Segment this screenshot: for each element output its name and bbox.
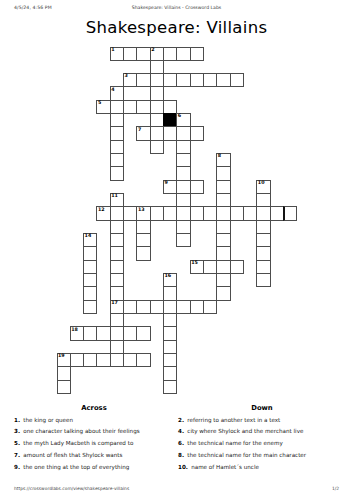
cell-r23-c8[interactable]	[163, 353, 177, 367]
cell-r19-c5[interactable]	[123, 300, 137, 314]
cell-r14-c15[interactable]	[256, 233, 270, 247]
across-clues-section: Across 1. the king or queen3. one charac…	[14, 404, 174, 476]
cell-r11-c9[interactable]	[176, 193, 190, 207]
cell-r2-c9[interactable]	[176, 73, 190, 87]
cell-r19-c7[interactable]	[150, 300, 164, 314]
cell-r2-c10[interactable]	[190, 73, 204, 87]
cell-r13-c6[interactable]	[136, 220, 150, 234]
cell-r10-c12[interactable]	[216, 180, 230, 194]
footer-url: https://crosswordlabs.com/view/shakespea…	[14, 486, 129, 491]
down-clue-list: 2. referring to another text in a text4.…	[178, 417, 346, 471]
cell-r2-c5[interactable]	[123, 73, 137, 87]
cell-r16-c4[interactable]	[110, 260, 124, 274]
cell-r18-c12[interactable]	[216, 286, 230, 300]
cell-r12-c17[interactable]	[283, 206, 297, 220]
down-clue-8: 8. the technical name for the main chara…	[178, 452, 346, 458]
cell-r0-c9[interactable]	[176, 47, 190, 61]
cell-r0-c5[interactable]	[123, 47, 137, 61]
cell-r11-c15[interactable]	[256, 193, 270, 207]
cell-r13-c9[interactable]	[176, 220, 190, 234]
across-clue-5: 5. the myth Lady Macbeth is compared to	[14, 440, 174, 446]
across-clue-9: 9. the one thing at the top of everythin…	[14, 464, 174, 470]
cell-r2-c11[interactable]	[203, 73, 217, 87]
across-clue-number: 1.	[14, 417, 20, 423]
across-clue-number: 7.	[14, 452, 20, 458]
cell-r13-c12[interactable]	[216, 220, 230, 234]
cell-r16-c10[interactable]	[190, 260, 204, 274]
header-doc-title: Shakespeare: Villains - Crossword Labs	[60, 5, 293, 10]
down-clue-number: 2.	[178, 417, 184, 423]
cell-r18-c4[interactable]	[110, 286, 124, 300]
cell-r21-c5[interactable]	[123, 326, 137, 340]
across-clue-number: 9.	[14, 464, 20, 470]
cell-r0-c4[interactable]	[110, 47, 124, 61]
cell-r3-c4[interactable]	[110, 86, 124, 100]
cell-r4-c8[interactable]	[163, 100, 177, 114]
across-clue-1: 1. the king or queen	[14, 417, 174, 423]
footer-page-number: 1/2	[332, 486, 339, 491]
cell-r21-c3[interactable]	[96, 326, 110, 340]
cell-r12-c7[interactable]	[150, 206, 164, 220]
cell-r9-c12[interactable]	[216, 166, 230, 180]
cell-r25-c8[interactable]	[163, 380, 177, 394]
page-title: Shakespeare: Villains	[0, 18, 353, 37]
cell-r19-c8[interactable]	[163, 300, 177, 314]
cell-r14-c6[interactable]	[136, 233, 150, 247]
cell-r16-c12[interactable]	[216, 260, 230, 274]
cell-r21-c6[interactable]	[136, 326, 150, 340]
cell-r16-c2[interactable]	[83, 260, 97, 274]
cell-r4-c5[interactable]	[123, 100, 137, 114]
cell-r19-c4[interactable]	[110, 300, 124, 314]
across-clue-list: 1. the king or queen3. one character tal…	[14, 417, 174, 471]
cell-r7-c9[interactable]	[176, 140, 190, 154]
cell-r13-c4[interactable]	[110, 220, 124, 234]
down-clue-6: 6. the technical name for the enemy	[178, 440, 346, 446]
cell-r0-c10[interactable]	[190, 47, 204, 61]
crossword-grid: 12345678910111213141516171819	[57, 47, 298, 395]
cell-r19-c6[interactable]	[136, 300, 150, 314]
cell-r19-c2[interactable]	[83, 300, 97, 314]
cell-r14-c2[interactable]	[83, 233, 97, 247]
cell-r12-c11[interactable]	[203, 206, 217, 220]
cell-r23-c1[interactable]	[70, 353, 84, 367]
cell-r16-c13[interactable]	[230, 260, 244, 274]
cell-r10-c8[interactable]	[163, 180, 177, 194]
cell-r15-c6[interactable]	[136, 246, 150, 260]
cell-r8-c4[interactable]	[110, 153, 124, 167]
down-heading: Down	[178, 404, 346, 412]
cell-r17-c15[interactable]	[256, 273, 270, 287]
cell-r6-c8[interactable]	[163, 126, 177, 140]
cell-r0-c7[interactable]	[150, 47, 164, 61]
cell-r2-c6[interactable]	[136, 73, 150, 87]
cell-r0-c8[interactable]	[163, 47, 177, 61]
cell-r9-c9[interactable]	[176, 166, 190, 180]
cell-r1-c7[interactable]	[150, 60, 164, 74]
across-clue-3: 3. one character talking about their fee…	[14, 428, 174, 434]
cell-r12-c13[interactable]	[230, 206, 244, 220]
cell-r13-c15[interactable]	[256, 220, 270, 234]
cell-r12-c10[interactable]	[190, 206, 204, 220]
cell-r5-c9[interactable]	[176, 113, 190, 127]
cell-r15-c15[interactable]	[256, 246, 270, 260]
cell-r4-c4[interactable]	[110, 100, 124, 114]
down-clue-4: 4. city where Shylock and the merchant l…	[178, 428, 346, 434]
cell-r19-c11[interactable]	[203, 300, 217, 314]
black-cell-r5-c8	[163, 113, 177, 127]
cell-r16-c15[interactable]	[256, 260, 270, 274]
cell-r14-c12[interactable]	[216, 233, 230, 247]
cell-r5-c7[interactable]	[150, 113, 164, 127]
down-clues-section: Down 2. referring to another text in a t…	[178, 404, 346, 476]
cell-r23-c5[interactable]	[123, 353, 137, 367]
across-clue-number: 5.	[14, 440, 20, 446]
cell-r2-c8[interactable]	[163, 73, 177, 87]
cell-r2-c12[interactable]	[216, 73, 230, 87]
cell-r10-c9[interactable]	[176, 180, 190, 194]
cell-r5-c4[interactable]	[110, 113, 124, 127]
cell-r12-c3[interactable]	[96, 206, 110, 220]
across-clue-number: 3.	[14, 428, 20, 434]
cell-r11-c12[interactable]	[216, 193, 230, 207]
cell-r25-c0[interactable]	[57, 380, 71, 394]
cell-r9-c4[interactable]	[110, 166, 124, 180]
cell-r23-c3[interactable]	[96, 353, 110, 367]
cell-r15-c12[interactable]	[216, 246, 230, 260]
cell-r12-c8[interactable]	[163, 206, 177, 220]
cell-r22-c8[interactable]	[163, 340, 177, 354]
cell-r8-c12[interactable]	[216, 153, 230, 167]
header-datetime: 4/5/24, 4:56 PM	[14, 5, 52, 10]
cell-r14-c4[interactable]	[110, 233, 124, 247]
cell-r24-c8[interactable]	[163, 366, 177, 380]
cell-r23-c2[interactable]	[83, 353, 97, 367]
cell-r10-c15[interactable]	[256, 180, 270, 194]
cell-r17-c12[interactable]	[216, 273, 230, 287]
cell-r19-c10[interactable]	[190, 300, 204, 314]
down-clue-number: 6.	[178, 440, 184, 446]
cell-r18-c2[interactable]	[83, 286, 97, 300]
cell-r10-c10[interactable]	[190, 180, 204, 194]
down-clue-number: 10.	[178, 464, 188, 470]
cell-r21-c1[interactable]	[70, 326, 84, 340]
cell-r17-c8[interactable]	[163, 273, 177, 287]
cell-r12-c5[interactable]	[123, 206, 137, 220]
cell-r23-c6[interactable]	[136, 353, 150, 367]
cell-r2-c13[interactable]	[230, 73, 244, 87]
cell-r12-c12[interactable]	[216, 206, 230, 220]
down-clue-2: 2. referring to another text in a text	[178, 417, 346, 423]
cell-r12-c9[interactable]	[176, 206, 190, 220]
cell-r22-c4[interactable]	[110, 340, 124, 354]
cell-r4-c7[interactable]	[150, 100, 164, 114]
cell-r2-c7[interactable]	[150, 73, 164, 87]
cell-r21-c8[interactable]	[163, 326, 177, 340]
cell-r8-c9[interactable]	[176, 153, 190, 167]
cell-r20-c4[interactable]	[110, 313, 124, 327]
cell-r12-c6[interactable]	[136, 206, 150, 220]
cell-r3-c7[interactable]	[150, 86, 164, 100]
cell-r17-c4[interactable]	[110, 273, 124, 287]
page: 4/5/24, 4:56 PM Shakespeare: Villains - …	[0, 0, 353, 500]
cell-r12-c16[interactable]	[270, 206, 284, 220]
cell-r18-c8[interactable]	[163, 286, 177, 300]
cell-r15-c2[interactable]	[83, 246, 97, 260]
cell-r6-c4[interactable]	[110, 126, 124, 140]
cell-r20-c8[interactable]	[163, 313, 177, 327]
cell-r7-c7[interactable]	[150, 140, 164, 154]
cell-r15-c4[interactable]	[110, 246, 124, 260]
cell-r12-c15[interactable]	[256, 206, 270, 220]
cell-r7-c4[interactable]	[110, 140, 124, 154]
cell-r14-c9[interactable]	[176, 233, 190, 247]
cell-r6-c6[interactable]	[136, 126, 150, 140]
cell-r23-c4[interactable]	[110, 353, 124, 367]
cell-r0-c6[interactable]	[136, 47, 150, 61]
down-clue-number: 8.	[178, 452, 184, 458]
down-clue-10: 10. name of Hamlet´s uncle	[178, 464, 346, 470]
cell-r12-c4[interactable]	[110, 206, 124, 220]
cell-r4-c6[interactable]	[136, 100, 150, 114]
cell-r17-c2[interactable]	[83, 273, 97, 287]
down-clue-number: 4.	[178, 428, 184, 434]
cell-r19-c9[interactable]	[176, 300, 190, 314]
cell-r6-c10[interactable]	[190, 126, 204, 140]
cell-r16-c11[interactable]	[203, 260, 217, 274]
cell-r21-c4[interactable]	[110, 326, 124, 340]
across-heading: Across	[14, 404, 174, 412]
cell-r12-c14[interactable]	[243, 206, 257, 220]
cell-r21-c2[interactable]	[83, 326, 97, 340]
cell-r24-c0[interactable]	[57, 366, 71, 380]
cell-r6-c9[interactable]	[176, 126, 190, 140]
across-clue-7: 7. amount of flesh that Shylock wants	[14, 452, 174, 458]
cell-r4-c3[interactable]	[96, 100, 110, 114]
cell-r23-c0[interactable]	[57, 353, 71, 367]
cell-r6-c7[interactable]	[150, 126, 164, 140]
cell-r11-c4[interactable]	[110, 193, 124, 207]
